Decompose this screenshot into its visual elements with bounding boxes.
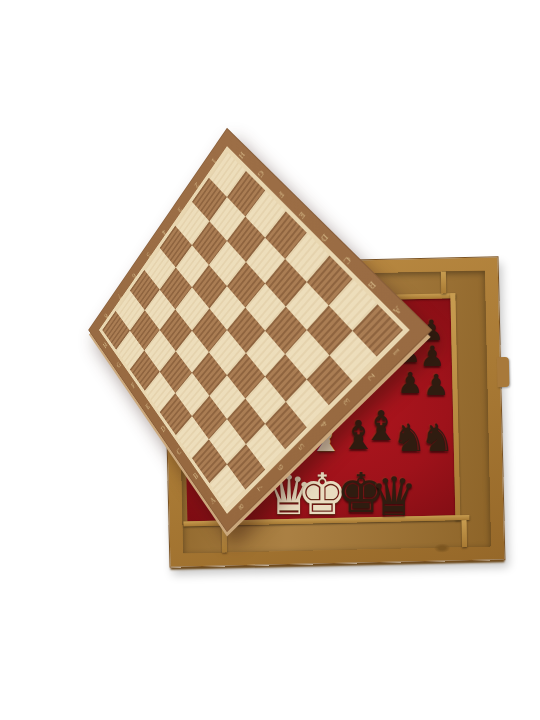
rank-label-right-5: 5: [297, 441, 306, 451]
rank-label-left-1: 1: [210, 155, 217, 163]
rank-label-left-6: 6: [130, 271, 136, 279]
wood-knot: [434, 543, 450, 552]
rank-label-left-3: 3: [176, 205, 183, 213]
black-queen: ♛: [370, 470, 418, 523]
rank-label-right-2: 2: [366, 371, 376, 382]
playing-area: [99, 146, 410, 514]
rank-label-left-5: 5: [145, 250, 151, 258]
rank-label-right-3: 3: [342, 395, 352, 405]
product-photo-scene: ♟♟♟♟♟♝♝♞♞♝♛♚♚♛ HGFEDCBAHGFEDCBA123456781…: [0, 0, 540, 720]
rank-label-right-8: 8: [237, 502, 245, 511]
rank-label-left-4: 4: [160, 228, 166, 236]
black-knight: ♞: [420, 419, 454, 457]
rank-label-left-7: 7: [116, 292, 122, 300]
case-hinge-tab: [497, 357, 510, 387]
rank-label-left-2: 2: [192, 180, 199, 188]
corner-divider-top-right: [441, 271, 446, 293]
black-pawn: ♟: [423, 371, 449, 400]
black-pawn: ♟: [419, 343, 444, 371]
rank-label-right-4: 4: [319, 419, 328, 429]
corner-divider-bottom-right: [461, 520, 467, 547]
black-pawn: ♟: [397, 369, 423, 398]
rank-label-right-7: 7: [257, 482, 265, 491]
rank-label-left-8: 8: [103, 311, 109, 319]
board-shadow-wrapper: HGFEDCBAHGFEDCBA1234567812345678: [84, 187, 370, 473]
rank-label-right-6: 6: [276, 462, 285, 471]
